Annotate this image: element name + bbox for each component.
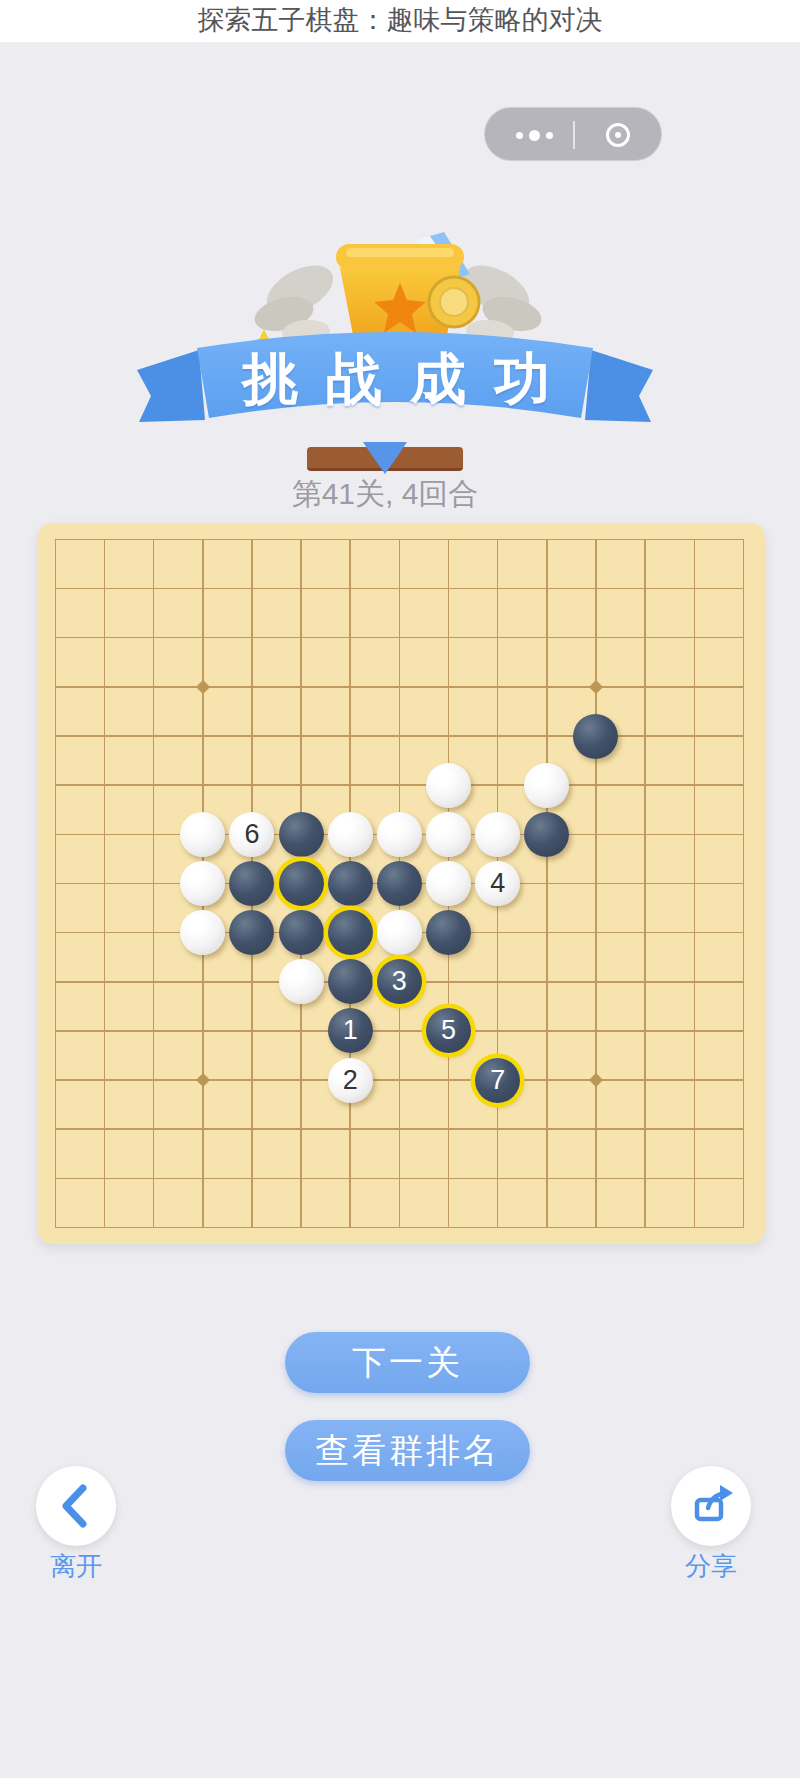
page-title: 探索五子棋盘：趣味与策略的对决 <box>0 0 800 42</box>
stone-white <box>426 763 471 808</box>
stone-black <box>328 861 373 906</box>
stone-white <box>180 910 225 955</box>
stone-white-move-4: 4 <box>475 861 520 906</box>
board: 6431527 <box>38 523 765 1244</box>
star-point <box>589 680 603 694</box>
stone-black <box>328 910 373 955</box>
stone-black <box>229 861 274 906</box>
stone-black <box>377 861 422 906</box>
back-chevron-icon <box>36 1466 116 1546</box>
stone-black-move-5: 5 <box>426 1008 471 1053</box>
stone-black <box>573 714 618 759</box>
group-ranking-button[interactable]: 查看群排名 <box>285 1420 530 1481</box>
grid-line-v <box>644 539 646 1229</box>
stone-black <box>328 959 373 1004</box>
grid-line-v <box>694 539 696 1229</box>
star-point <box>196 1073 210 1087</box>
stone-black <box>279 861 324 906</box>
stone-black-move-7: 7 <box>475 1058 520 1103</box>
share-label: 分享 <box>671 1549 751 1584</box>
banner-text: 挑战成功 <box>150 342 670 418</box>
stone-white <box>377 812 422 857</box>
stone-white <box>328 812 373 857</box>
grid-line-v <box>595 539 597 1229</box>
grid-line-h <box>55 1227 745 1229</box>
share-icon <box>671 1466 751 1546</box>
grid-line-h <box>55 1079 745 1081</box>
stone-black-move-1: 1 <box>328 1008 373 1053</box>
exit-button[interactable] <box>574 108 663 162</box>
share-button[interactable] <box>671 1466 751 1546</box>
star-point <box>589 1073 603 1087</box>
star-point <box>196 680 210 694</box>
grid-line-v <box>546 539 548 1229</box>
grid-line-h <box>55 1030 745 1032</box>
stone-white <box>426 861 471 906</box>
level-subtitle: 第41关, 4回合 <box>0 474 770 515</box>
stone-white-move-2: 2 <box>328 1058 373 1103</box>
stone-white-move-6: 6 <box>229 812 274 857</box>
stone-white <box>524 763 569 808</box>
page: 探索五子棋盘：趣味与策略的对决 <box>0 0 800 1778</box>
stone-black <box>426 910 471 955</box>
stone-white <box>180 861 225 906</box>
stone-black <box>279 812 324 857</box>
stone-black-move-3: 3 <box>377 959 422 1004</box>
next-level-button[interactable]: 下一关 <box>285 1332 530 1393</box>
grid-line-h <box>55 1128 745 1130</box>
leave-label: 离开 <box>36 1549 116 1584</box>
stone-black <box>279 910 324 955</box>
stone-black <box>524 812 569 857</box>
stone-white <box>426 812 471 857</box>
grid-line-v <box>743 539 745 1229</box>
leave-button[interactable] <box>36 1466 116 1546</box>
wechat-capsule <box>484 107 662 161</box>
stone-white <box>180 812 225 857</box>
stone-white <box>475 812 520 857</box>
more-button[interactable] <box>485 108 574 162</box>
stone-white <box>279 959 324 1004</box>
header-bar: 探索五子棋盘：趣味与策略的对决 <box>0 0 800 42</box>
stone-white <box>377 910 422 955</box>
grid-line-h <box>55 1178 745 1180</box>
stone-black <box>229 910 274 955</box>
